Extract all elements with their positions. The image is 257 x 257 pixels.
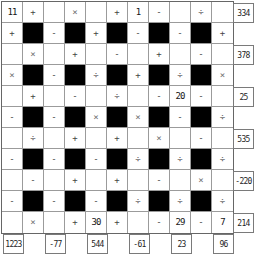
operator-times-r3c2: × [23, 44, 44, 65]
empty-cell-r7c3[interactable] [44, 128, 65, 149]
empty-cell-r9c11[interactable] [212, 170, 233, 191]
row-total-3: 378 [233, 45, 254, 65]
operator-minus-r2c9: - [170, 23, 191, 44]
operator-minus-r1c8: - [149, 2, 170, 23]
operator-minus-r6c1: - [2, 107, 23, 128]
operator-plus-r2c1: + [2, 23, 23, 44]
empty-cell-r7c5[interactable] [86, 128, 107, 149]
empty-cell-r3c5[interactable] [86, 44, 107, 65]
col-total-11: 96 [213, 234, 234, 254]
black-cell-r10c6 [107, 191, 128, 212]
operator-divide-r6c11: ÷ [212, 107, 233, 128]
black-cell-r4c2 [23, 65, 44, 86]
empty-cell-r1c9[interactable] [170, 2, 191, 23]
black-cell-r2c10 [191, 23, 212, 44]
empty-cell-r9c3[interactable] [44, 170, 65, 191]
empty-cell-r1c5[interactable] [86, 2, 107, 23]
given-number-r11c5: 30 [86, 212, 107, 233]
given-number-r11c9: 29 [170, 212, 191, 233]
empty-cell-r3c9[interactable] [170, 44, 191, 65]
empty-cell-r7c11[interactable] [212, 128, 233, 149]
operator-plus-r2c11: + [212, 23, 233, 44]
row-total-1: 334 [233, 3, 254, 23]
operator-plus-r4c7: + [128, 65, 149, 86]
col-total-1: 1223 [3, 234, 24, 254]
operator-minus-r6c9: - [170, 107, 191, 128]
operator-times-r11c2: × [23, 212, 44, 233]
empty-cell-r7c1[interactable] [2, 128, 23, 149]
operator-minus-r11c10: - [191, 212, 212, 233]
empty-cell-r9c9[interactable] [170, 170, 191, 191]
empty-cell-r1c3[interactable] [44, 2, 65, 23]
given-number-r11c11: 7 [212, 212, 233, 233]
black-cell-r10c4 [65, 191, 86, 212]
operator-plus-r11c4: + [65, 212, 86, 233]
empty-cell-r5c3[interactable] [44, 86, 65, 107]
empty-cell-r9c1[interactable] [2, 170, 23, 191]
operator-times-r9c10: × [191, 170, 212, 191]
operator-plus-r3c4: + [65, 44, 86, 65]
row-total-5: 25 [233, 87, 254, 107]
empty-cell-r9c5[interactable] [86, 170, 107, 191]
operator-minus-r6c3: - [44, 107, 65, 128]
operator-plus-r9c4: + [65, 170, 86, 191]
operator-minus-r2c3: - [44, 23, 65, 44]
operator-divide-r8c9: ÷ [170, 149, 191, 170]
operator-minus-r2c7: - [128, 23, 149, 44]
given-number-r5c9: 20 [170, 86, 191, 107]
black-cell-r4c6 [107, 65, 128, 86]
black-cell-r8c4 [65, 149, 86, 170]
empty-cell-r7c7[interactable] [128, 128, 149, 149]
empty-cell-r11c1[interactable] [2, 212, 23, 233]
operator-minus-r10c3: - [44, 191, 65, 212]
empty-cell-r1c11[interactable] [212, 2, 233, 23]
operator-minus-r5c4: - [65, 86, 86, 107]
operator-divide-r4c9: ÷ [170, 65, 191, 86]
empty-cell-r7c9[interactable] [170, 128, 191, 149]
operator-minus-r4c3: - [44, 65, 65, 86]
black-cell-r8c10 [191, 149, 212, 170]
operator-minus-r3c10: - [191, 44, 212, 65]
black-cell-r2c8 [149, 23, 170, 44]
operator-divide-r8c7: ÷ [128, 149, 149, 170]
col-total-9: 23 [171, 234, 192, 254]
black-cell-r6c8 [149, 107, 170, 128]
black-cell-r8c8 [149, 149, 170, 170]
black-cell-r4c10 [191, 65, 212, 86]
black-cell-r2c4 [65, 23, 86, 44]
operator-minus-r5c10: - [191, 86, 212, 107]
operator-divide-r10c7: ÷ [128, 191, 149, 212]
empty-cell-r9c7[interactable] [128, 170, 149, 191]
empty-cell-r3c7[interactable] [128, 44, 149, 65]
col-total-7: -61 [129, 234, 150, 254]
operator-divide-r1c10: ÷ [191, 2, 212, 23]
operator-divide-r10c11: ÷ [212, 191, 233, 212]
operator-times-r4c11: × [212, 65, 233, 86]
empty-cell-r3c3[interactable] [44, 44, 65, 65]
operator-divide-r8c11: ÷ [212, 149, 233, 170]
operator-minus-r10c5: - [86, 191, 107, 212]
operator-minus-r5c8: - [149, 86, 170, 107]
operator-minus-r3c6: - [107, 44, 128, 65]
operator-divide-r7c2: ÷ [23, 128, 44, 149]
row-total-7: 535 [233, 129, 254, 149]
operator-times-r6c7: × [128, 107, 149, 128]
col-total-3: -77 [45, 234, 66, 254]
black-cell-r8c6 [107, 149, 128, 170]
operator-divide-r5c6: ÷ [107, 86, 128, 107]
crossmath-grid: 11+×+1-÷+-+--+×+-+-×-÷+÷×+-÷-20---××-÷÷+… [1, 1, 234, 234]
operator-minus-r10c1: - [2, 191, 23, 212]
operator-minus-r9c2: - [23, 170, 44, 191]
black-cell-r6c2 [23, 107, 44, 128]
black-cell-r6c6 [107, 107, 128, 128]
black-cell-r6c10 [191, 107, 212, 128]
operator-minus-r8c5: - [86, 149, 107, 170]
operator-plus-r7c6: + [107, 128, 128, 149]
black-cell-r4c4 [65, 65, 86, 86]
operator-plus-r7c4: + [65, 128, 86, 149]
empty-cell-r3c11[interactable] [212, 44, 233, 65]
operator-plus-r11c6: + [107, 212, 128, 233]
empty-cell-r11c7[interactable] [128, 212, 149, 233]
black-cell-r10c2 [23, 191, 44, 212]
operator-minus-r8c3: - [44, 149, 65, 170]
black-cell-r6c4 [65, 107, 86, 128]
empty-cell-r5c5[interactable] [86, 86, 107, 107]
operator-divide-r4c5: ÷ [86, 65, 107, 86]
empty-cell-r5c7[interactable] [128, 86, 149, 107]
operator-times-r4c1: × [2, 65, 23, 86]
row-total-9: -220 [233, 171, 254, 191]
black-cell-r10c10 [191, 191, 212, 212]
operator-plus-r1c6: + [107, 2, 128, 23]
operator-minus-r9c8: - [149, 170, 170, 191]
operator-plus-r9c6: + [107, 170, 128, 191]
operator-plus-r3c8: + [149, 44, 170, 65]
operator-times-r6c5: × [86, 107, 107, 128]
black-cell-r4c8 [149, 65, 170, 86]
operator-plus-r5c2: + [23, 86, 44, 107]
operator-plus-r1c2: + [23, 2, 44, 23]
operator-minus-r7c10: - [191, 128, 212, 149]
empty-cell-r11c3[interactable] [44, 212, 65, 233]
black-cell-r8c2 [23, 149, 44, 170]
operator-times-r1c4: × [65, 2, 86, 23]
empty-cell-r5c11[interactable] [212, 86, 233, 107]
operator-minus-r11c8: - [149, 212, 170, 233]
given-number-r1c7: 1 [128, 2, 149, 23]
black-cell-r10c8 [149, 191, 170, 212]
operator-minus-r8c1: - [2, 149, 23, 170]
crossmath-puzzle-page: 11+×+1-÷+-+--+×+-+-×-÷+÷×+-÷-20---××-÷÷+… [0, 0, 257, 257]
operator-times-r7c8: × [149, 128, 170, 149]
empty-cell-r3c1[interactable] [2, 44, 23, 65]
col-total-5: 544 [87, 234, 108, 254]
operator-divide-r10c9: ÷ [170, 191, 191, 212]
black-cell-r2c6 [107, 23, 128, 44]
operator-plus-r2c5: + [86, 23, 107, 44]
row-total-11: 214 [233, 213, 254, 233]
empty-cell-r5c1[interactable] [2, 86, 23, 107]
black-cell-r2c2 [23, 23, 44, 44]
given-number-r1c1: 11 [2, 2, 23, 23]
